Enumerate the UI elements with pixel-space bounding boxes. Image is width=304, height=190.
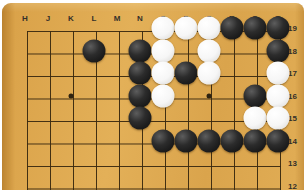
stone-white[interactable] bbox=[198, 17, 221, 40]
stone-black[interactable] bbox=[267, 39, 290, 62]
stone-white[interactable] bbox=[267, 107, 290, 130]
stone-black[interactable] bbox=[221, 129, 244, 152]
stone-black[interactable] bbox=[129, 107, 152, 130]
stone-black[interactable] bbox=[244, 17, 267, 40]
stone-white[interactable] bbox=[198, 39, 221, 62]
stone-white[interactable] bbox=[175, 17, 198, 40]
stone-white[interactable] bbox=[244, 107, 267, 130]
stone-white[interactable] bbox=[198, 62, 221, 85]
star-point bbox=[207, 93, 212, 98]
stone-white[interactable] bbox=[152, 17, 175, 40]
stone-white[interactable] bbox=[152, 39, 175, 62]
col-label: J bbox=[41, 14, 55, 23]
stone-black[interactable] bbox=[83, 39, 106, 62]
stone-black[interactable] bbox=[175, 129, 198, 152]
stone-white[interactable] bbox=[152, 84, 175, 107]
go-board[interactable]: HJKLMNOPQRST 1918171615141312 bbox=[2, 3, 304, 190]
stone-black[interactable] bbox=[129, 62, 152, 85]
col-label: H bbox=[18, 14, 32, 23]
col-label: K bbox=[64, 14, 78, 23]
stone-black[interactable] bbox=[244, 84, 267, 107]
stone-black[interactable] bbox=[152, 129, 175, 152]
stone-black[interactable] bbox=[267, 17, 290, 40]
stone-black[interactable] bbox=[129, 84, 152, 107]
stone-black[interactable] bbox=[129, 39, 152, 62]
col-label: L bbox=[87, 14, 101, 23]
stone-black[interactable] bbox=[221, 17, 244, 40]
row-label: 12 bbox=[288, 181, 297, 190]
row-label: 13 bbox=[288, 159, 297, 168]
stone-black[interactable] bbox=[244, 129, 267, 152]
stone-black[interactable] bbox=[175, 62, 198, 85]
star-point bbox=[69, 93, 74, 98]
stone-white[interactable] bbox=[267, 62, 290, 85]
stone-white[interactable] bbox=[152, 62, 175, 85]
col-label: M bbox=[110, 14, 124, 23]
stone-black[interactable] bbox=[198, 129, 221, 152]
stone-white[interactable] bbox=[267, 84, 290, 107]
stone-black[interactable] bbox=[267, 129, 290, 152]
col-label: N bbox=[133, 14, 147, 23]
